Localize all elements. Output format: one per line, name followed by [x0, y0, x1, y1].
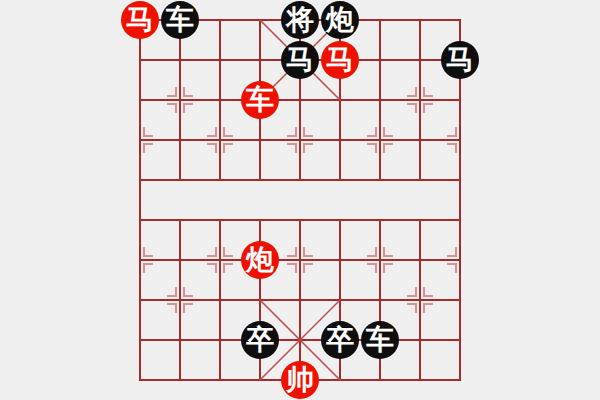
piece-black-cannon[interactable]: 炮: [321, 1, 359, 39]
piece-black-soldier-a[interactable]: 卒: [241, 321, 279, 359]
xiangqi-board: 马车将炮马马马车炮卒卒车帅: [140, 20, 460, 380]
piece-red-horse-b[interactable]: 马: [321, 41, 359, 79]
piece-black-chariot-b[interactable]: 车: [361, 321, 399, 359]
piece-black-general[interactable]: 将: [281, 1, 319, 39]
pieces-layer: 马车将炮马马马车炮卒卒车帅: [140, 20, 460, 380]
piece-red-general[interactable]: 帅: [281, 361, 319, 399]
piece-black-chariot-a[interactable]: 车: [161, 1, 199, 39]
piece-red-chariot[interactable]: 车: [241, 81, 279, 119]
piece-black-horse-a[interactable]: 马: [281, 41, 319, 79]
piece-red-cannon[interactable]: 炮: [241, 241, 279, 279]
piece-black-horse-b[interactable]: 马: [441, 41, 479, 79]
piece-black-soldier-b[interactable]: 卒: [321, 321, 359, 359]
xiangqi-screenshot: 马车将炮马马马车炮卒卒车帅: [0, 0, 600, 400]
piece-red-horse-a[interactable]: 马: [121, 1, 159, 39]
